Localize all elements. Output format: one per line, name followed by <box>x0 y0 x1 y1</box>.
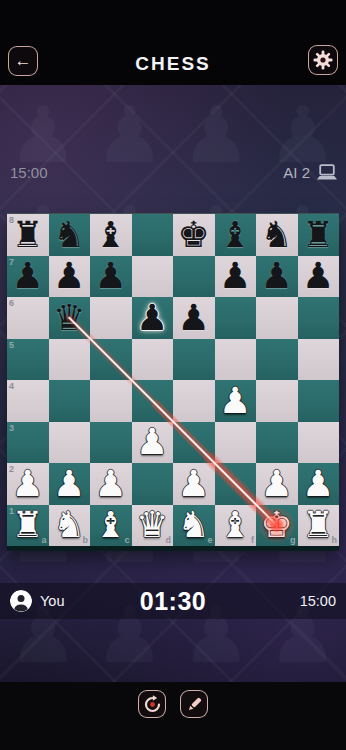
square-a8[interactable]: 8♜ <box>7 214 49 256</box>
piece-bP-f7[interactable]: ♟ <box>215 256 257 298</box>
opponent-clock: 15:00 <box>10 164 48 181</box>
square-c4[interactable] <box>90 380 132 422</box>
square-e6[interactable]: ♟ <box>173 297 215 339</box>
square-e2[interactable]: ♟ <box>173 463 215 505</box>
bottom-toolbar <box>0 682 346 750</box>
square-d5[interactable] <box>132 339 174 381</box>
square-d6[interactable]: ♟ <box>132 297 174 339</box>
square-g7[interactable]: ♟ <box>256 256 298 298</box>
square-c1[interactable]: c♝ <box>90 505 132 547</box>
piece-bN-b8[interactable]: ♞ <box>49 214 91 256</box>
opponent-name: AI 2 <box>283 164 310 181</box>
undo-icon <box>143 695 162 714</box>
square-g8[interactable]: ♞ <box>256 214 298 256</box>
square-b7[interactable]: ♟ <box>49 256 91 298</box>
piece-wK-g1[interactable]: ♚ <box>256 505 298 547</box>
square-e7[interactable] <box>173 256 215 298</box>
square-h2[interactable]: ♟ <box>298 463 340 505</box>
piece-wB-f1[interactable]: ♝ <box>215 505 257 547</box>
square-f6[interactable] <box>215 297 257 339</box>
square-c5[interactable] <box>90 339 132 381</box>
piece-bP-c7[interactable]: ♟ <box>90 256 132 298</box>
square-g4[interactable] <box>256 380 298 422</box>
piece-bP-e6[interactable]: ♟ <box>173 297 215 339</box>
square-a5[interactable]: 5 <box>7 339 49 381</box>
square-g5[interactable] <box>256 339 298 381</box>
square-h4[interactable] <box>298 380 340 422</box>
opponent-name-group: AI 2 <box>283 164 338 181</box>
piece-bR-a8[interactable]: ♜ <box>7 214 49 256</box>
piece-wB-c1[interactable]: ♝ <box>90 505 132 547</box>
square-a4[interactable]: 4 <box>7 380 49 422</box>
opponent-row: 15:00 AI 2 <box>0 160 346 184</box>
move-timer: 01:30 <box>0 587 346 616</box>
settings-button[interactable] <box>308 45 338 75</box>
square-c2[interactable]: ♟ <box>90 463 132 505</box>
square-a1[interactable]: 1a♜ <box>7 505 49 547</box>
square-h5[interactable] <box>298 339 340 381</box>
square-a2[interactable]: 2♟ <box>7 463 49 505</box>
square-f4[interactable]: ♟ <box>215 380 257 422</box>
piece-bQ-b6[interactable]: ♛ <box>49 297 91 339</box>
piece-wP-a2[interactable]: ♟ <box>7 463 49 505</box>
square-b8[interactable]: ♞ <box>49 214 91 256</box>
square-a3[interactable]: 3 <box>7 422 49 464</box>
piece-bB-c8[interactable]: ♝ <box>90 214 132 256</box>
piece-wR-h1[interactable]: ♜ <box>298 505 340 547</box>
piece-wP-d3[interactable]: ♟ <box>132 422 174 464</box>
piece-bK-e8[interactable]: ♚ <box>173 214 215 256</box>
undo-button[interactable] <box>138 690 166 718</box>
square-f1[interactable]: f♝ <box>215 505 257 547</box>
square-e1[interactable]: e♞ <box>173 505 215 547</box>
square-h7[interactable]: ♟ <box>298 256 340 298</box>
square-e5[interactable] <box>173 339 215 381</box>
square-h3[interactable] <box>298 422 340 464</box>
player-bar: You 01:30 15:00 <box>0 583 346 619</box>
square-b6[interactable]: ♛ <box>49 297 91 339</box>
piece-wR-a1[interactable]: ♜ <box>7 505 49 547</box>
piece-wP-h2[interactable]: ♟ <box>298 463 340 505</box>
piece-bR-h8[interactable]: ♜ <box>298 214 340 256</box>
square-f8[interactable]: ♝ <box>215 214 257 256</box>
rank-label-6: 6 <box>9 299 14 308</box>
square-b1[interactable]: b♞ <box>49 505 91 547</box>
square-e3[interactable] <box>173 422 215 464</box>
piece-bP-g7[interactable]: ♟ <box>256 256 298 298</box>
square-b2[interactable]: ♟ <box>49 463 91 505</box>
rank-label-5: 5 <box>9 341 14 350</box>
square-f3[interactable] <box>215 422 257 464</box>
piece-wP-f4[interactable]: ♟ <box>215 380 257 422</box>
square-c3[interactable] <box>90 422 132 464</box>
square-h6[interactable] <box>298 297 340 339</box>
gear-icon <box>313 50 333 70</box>
square-h1[interactable]: h♜ <box>298 505 340 547</box>
piece-bN-g8[interactable]: ♞ <box>256 214 298 256</box>
chess-board-container: 8♜♞♝♚♝♞♜7♟♟♟♟♟♟6♛♟♟54♟3♟2♟♟♟♟♟♟1a♜b♞c♝d♛… <box>7 213 339 546</box>
square-g6[interactable] <box>256 297 298 339</box>
pencil-icon <box>185 695 204 714</box>
square-a6[interactable]: 6 <box>7 297 49 339</box>
square-d3[interactable]: ♟ <box>132 422 174 464</box>
square-d7[interactable] <box>132 256 174 298</box>
square-d8[interactable] <box>132 214 174 256</box>
square-f2[interactable] <box>215 463 257 505</box>
laptop-icon <box>316 164 338 181</box>
square-g3[interactable] <box>256 422 298 464</box>
rank-label-3: 3 <box>9 424 14 433</box>
square-a7[interactable]: 7♟ <box>7 256 49 298</box>
square-d4[interactable] <box>132 380 174 422</box>
header-bar: ← CHESS <box>0 0 346 85</box>
square-c7[interactable]: ♟ <box>90 256 132 298</box>
piece-wP-e2[interactable]: ♟ <box>173 463 215 505</box>
piece-bP-h7[interactable]: ♟ <box>298 256 340 298</box>
square-b3[interactable] <box>49 422 91 464</box>
square-d2[interactable] <box>132 463 174 505</box>
piece-bB-f8[interactable]: ♝ <box>215 214 257 256</box>
page-title: CHESS <box>0 53 346 75</box>
piece-wP-g2[interactable]: ♟ <box>256 463 298 505</box>
piece-bP-d6[interactable]: ♟ <box>132 297 174 339</box>
square-g1[interactable]: g♚ <box>256 505 298 547</box>
piece-wQ-d1[interactable]: ♛ <box>132 505 174 547</box>
piece-wP-c2[interactable]: ♟ <box>90 463 132 505</box>
square-f5[interactable] <box>215 339 257 381</box>
square-g2[interactable]: ♟ <box>256 463 298 505</box>
piece-bP-a7[interactable]: ♟ <box>7 256 49 298</box>
board: 8♜♞♝♚♝♞♜7♟♟♟♟♟♟6♛♟♟54♟3♟2♟♟♟♟♟♟1a♜b♞c♝d♛… <box>7 214 339 546</box>
square-h8[interactable]: ♜ <box>298 214 340 256</box>
piece-bP-b7[interactable]: ♟ <box>49 256 91 298</box>
piece-wN-b1[interactable]: ♞ <box>49 505 91 547</box>
rank-label-4: 4 <box>9 382 14 391</box>
edit-button[interactable] <box>180 690 208 718</box>
square-f7[interactable]: ♟ <box>215 256 257 298</box>
square-e8[interactable]: ♚ <box>173 214 215 256</box>
square-b5[interactable] <box>49 339 91 381</box>
square-e4[interactable] <box>173 380 215 422</box>
square-c8[interactable]: ♝ <box>90 214 132 256</box>
piece-wP-b2[interactable]: ♟ <box>49 463 91 505</box>
square-c6[interactable] <box>90 297 132 339</box>
square-b4[interactable] <box>49 380 91 422</box>
piece-wN-e1[interactable]: ♞ <box>173 505 215 547</box>
square-d1[interactable]: d♛ <box>132 505 174 547</box>
